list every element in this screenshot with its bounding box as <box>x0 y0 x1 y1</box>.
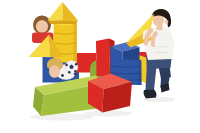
scene-illustration <box>0 0 200 133</box>
boy-right-hand-left <box>149 28 154 33</box>
product-photo <box>0 0 200 133</box>
cylinder-side-shade <box>73 23 76 63</box>
boy-center-face <box>49 65 60 78</box>
boy-right-ear <box>165 20 169 24</box>
shadow-under-green-block <box>30 114 94 121</box>
boy-right-hand-right <box>154 31 158 35</box>
red-tall-front <box>96 39 110 78</box>
boy-right-front-shoe <box>144 90 157 99</box>
tower-roof-triangle <box>48 2 79 24</box>
roof-left-face <box>48 2 63 21</box>
ball-patch <box>65 64 68 67</box>
roof-right-face <box>63 2 79 21</box>
soccer-ball <box>65 61 78 74</box>
ball-patch <box>68 71 71 74</box>
blue-block-edge-shade <box>139 60 142 85</box>
ball-patch <box>74 70 77 73</box>
shadow-under-red-cube <box>84 111 132 117</box>
girl-face <box>36 20 48 33</box>
roof-under-edge <box>48 21 79 25</box>
shirt-pattern-dot <box>61 74 64 77</box>
ball-patch <box>75 63 78 66</box>
